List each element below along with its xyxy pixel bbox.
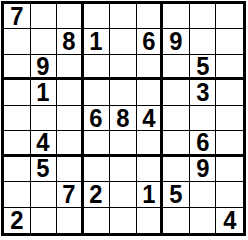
cell-r9c8[interactable]	[190, 208, 217, 233]
cell-r1c9[interactable]	[216, 4, 243, 29]
cell-r1c1[interactable]: 7	[4, 4, 31, 29]
cell-r8c1[interactable]	[4, 182, 31, 207]
cell-r7c8[interactable]: 9	[190, 157, 217, 182]
cell-r5c4[interactable]: 6	[84, 106, 111, 131]
cell-r7c3[interactable]	[57, 157, 84, 182]
cell-r5c8[interactable]	[190, 106, 217, 131]
cell-r1c4[interactable]	[84, 4, 111, 29]
cell-r8c9[interactable]	[216, 182, 243, 207]
given-digit: 9	[169, 29, 182, 54]
given-digit: 5	[196, 55, 209, 79]
cell-r6c7[interactable]	[163, 131, 190, 156]
cell-r9c5[interactable]	[110, 208, 137, 233]
cell-r1c5[interactable]	[110, 4, 137, 29]
cell-r8c3[interactable]: 7	[57, 182, 84, 207]
cell-r6c1[interactable]	[4, 131, 31, 156]
cell-r6c2[interactable]: 4	[31, 131, 58, 156]
given-digit: 7	[62, 182, 75, 207]
given-digit: 2	[10, 208, 23, 233]
given-digit: 4	[223, 208, 236, 233]
cell-r7c5[interactable]	[110, 157, 137, 182]
given-digit: 6	[196, 131, 209, 155]
given-digit: 8	[116, 106, 129, 131]
cell-r2c7[interactable]: 9	[163, 29, 190, 54]
given-digit: 7	[10, 4, 23, 29]
given-digit: 4	[37, 131, 50, 155]
cell-r2c8[interactable]	[190, 29, 217, 54]
cell-r4c9[interactable]	[216, 80, 243, 105]
cell-r2c9[interactable]	[216, 29, 243, 54]
cell-r9c6[interactable]	[137, 208, 164, 233]
cell-r4c6[interactable]	[137, 80, 164, 105]
cell-r7c9[interactable]	[216, 157, 243, 182]
cell-r3c6[interactable]	[137, 55, 164, 80]
cell-r3c5[interactable]	[110, 55, 137, 80]
given-digit: 6	[90, 106, 103, 131]
given-digit: 5	[169, 182, 182, 207]
cell-r9c4[interactable]	[84, 208, 111, 233]
cell-r2c4[interactable]: 1	[84, 29, 111, 54]
given-digit: 1	[90, 29, 103, 54]
given-digit: 3	[196, 80, 209, 105]
cell-r3c2[interactable]: 9	[31, 55, 58, 80]
cell-r6c8[interactable]: 6	[190, 131, 217, 156]
cell-r3c8[interactable]: 5	[190, 55, 217, 80]
cell-r4c2[interactable]: 1	[31, 80, 58, 105]
cell-r8c8[interactable]	[190, 182, 217, 207]
cell-r8c2[interactable]	[31, 182, 58, 207]
cell-r9c3[interactable]	[57, 208, 84, 233]
cell-r4c5[interactable]	[110, 80, 137, 105]
cell-r8c6[interactable]: 1	[137, 182, 164, 207]
cell-r2c1[interactable]	[4, 29, 31, 54]
cell-r4c7[interactable]	[163, 80, 190, 105]
given-digit: 1	[37, 80, 50, 105]
cell-r7c2[interactable]: 5	[31, 157, 58, 182]
cell-r3c3[interactable]	[57, 55, 84, 80]
cell-r5c2[interactable]	[31, 106, 58, 131]
cell-r2c5[interactable]	[110, 29, 137, 54]
cell-r8c7[interactable]: 5	[163, 182, 190, 207]
given-digit: 2	[90, 182, 103, 207]
cell-r4c1[interactable]	[4, 80, 31, 105]
cell-r2c3[interactable]: 8	[57, 29, 84, 54]
cell-r3c4[interactable]	[84, 55, 111, 80]
given-digit: 5	[37, 157, 50, 182]
cell-r3c7[interactable]	[163, 55, 190, 80]
cell-r9c9[interactable]: 4	[216, 208, 243, 233]
given-digit: 9	[37, 55, 50, 79]
cell-r1c2[interactable]	[31, 4, 58, 29]
cell-r5c9[interactable]	[216, 106, 243, 131]
sudoku-board: 7816995136844659721524	[1, 1, 246, 236]
cell-r8c4[interactable]: 2	[84, 182, 111, 207]
cell-r1c8[interactable]	[190, 4, 217, 29]
cell-r4c3[interactable]	[57, 80, 84, 105]
cell-r6c3[interactable]	[57, 131, 84, 156]
sudoku-board-container: 7816995136844659721524	[1, 1, 246, 236]
cell-r4c4[interactable]	[84, 80, 111, 105]
cell-r6c5[interactable]	[110, 131, 137, 156]
cell-r2c2[interactable]	[31, 29, 58, 54]
cell-r7c4[interactable]	[84, 157, 111, 182]
cell-r7c7[interactable]	[163, 157, 190, 182]
cell-r2c6[interactable]: 6	[137, 29, 164, 54]
cell-r1c7[interactable]	[163, 4, 190, 29]
given-digit: 9	[196, 157, 209, 182]
given-digit: 1	[142, 182, 155, 207]
cell-r6c4[interactable]	[84, 131, 111, 156]
cell-r9c1[interactable]: 2	[4, 208, 31, 233]
cell-r5c6[interactable]: 4	[137, 106, 164, 131]
cell-r5c1[interactable]	[4, 106, 31, 131]
cell-r4c8[interactable]: 3	[190, 80, 217, 105]
given-digit: 4	[142, 106, 155, 131]
cell-r9c2[interactable]	[31, 208, 58, 233]
cell-r3c1[interactable]	[4, 55, 31, 80]
cell-r5c7[interactable]	[163, 106, 190, 131]
cell-r7c1[interactable]	[4, 157, 31, 182]
cell-r1c3[interactable]	[57, 4, 84, 29]
cell-r9c7[interactable]	[163, 208, 190, 233]
cell-r3c9[interactable]	[216, 55, 243, 80]
cell-r5c5[interactable]: 8	[110, 106, 137, 131]
cell-r5c3[interactable]	[57, 106, 84, 131]
given-digit: 6	[142, 29, 155, 54]
given-digit: 8	[62, 29, 75, 54]
cell-r1c6[interactable]	[137, 4, 164, 29]
cell-r7c6[interactable]	[137, 157, 164, 182]
cell-r6c6[interactable]	[137, 131, 164, 156]
cell-r8c5[interactable]	[110, 182, 137, 207]
cell-r6c9[interactable]	[216, 131, 243, 156]
